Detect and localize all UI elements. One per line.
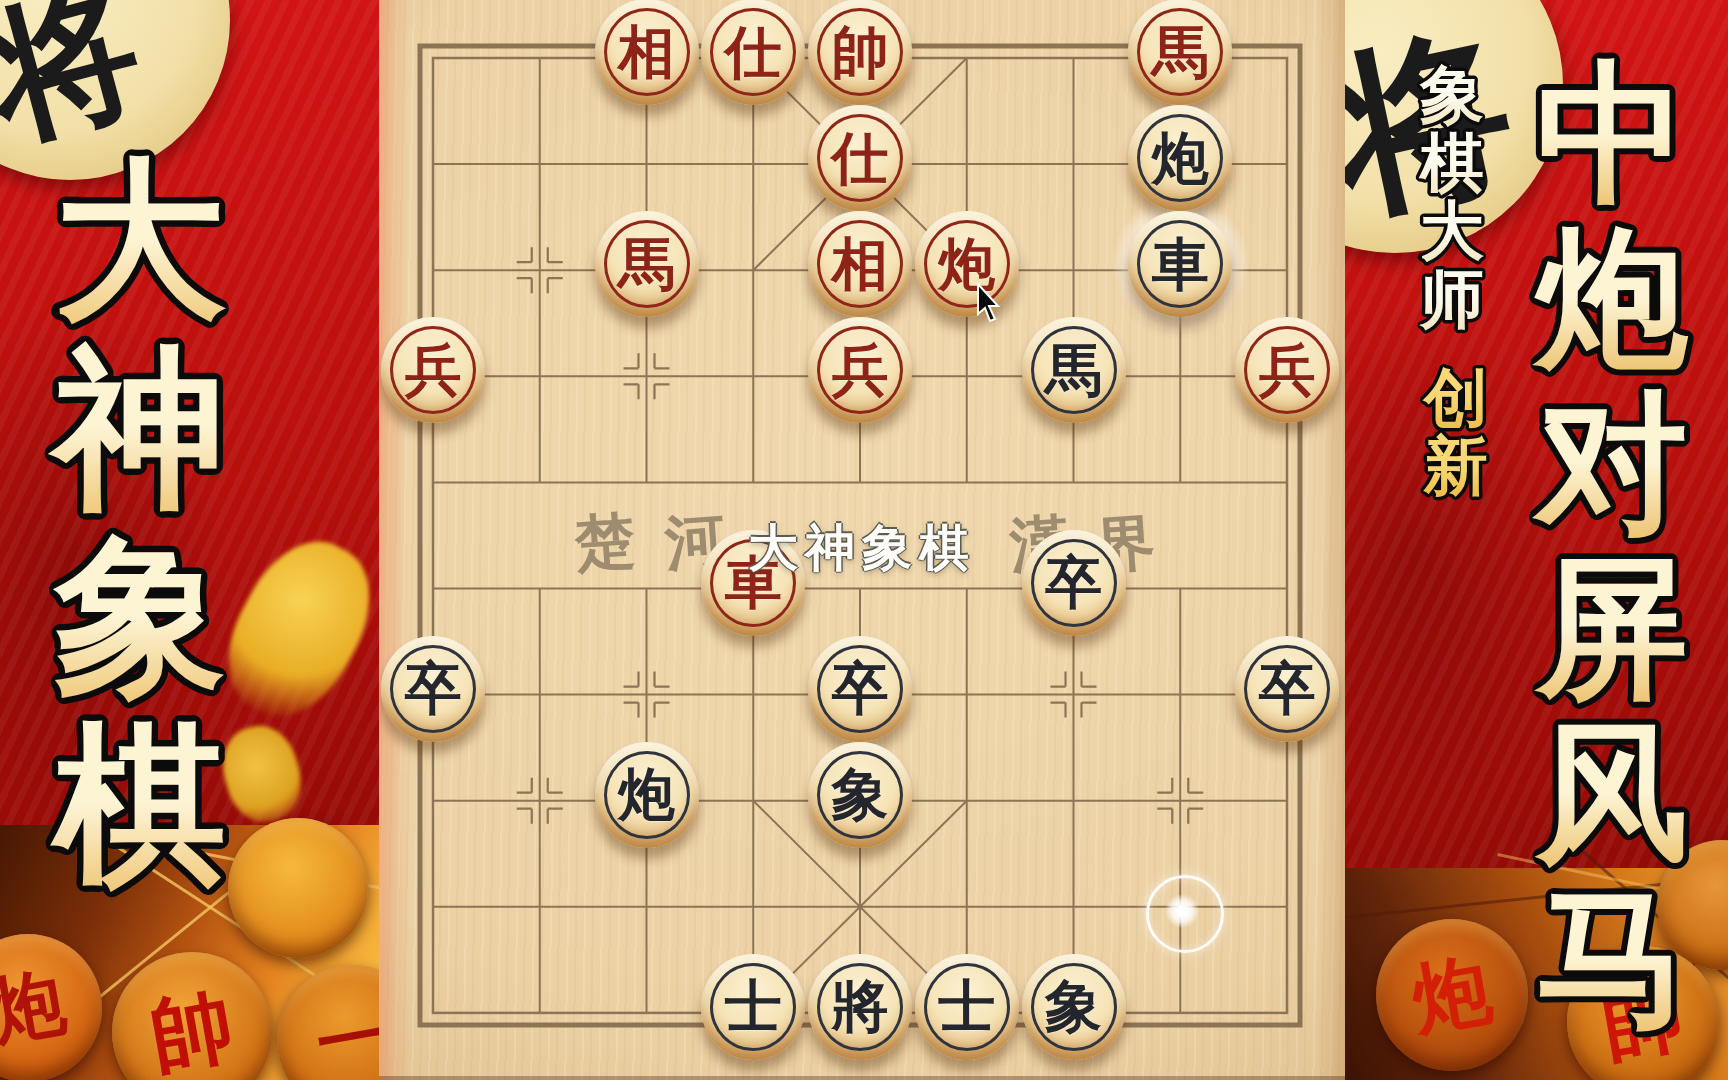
river-label-chu: 楚 [572,501,638,586]
piece-black-horse-1[interactable]: 馬 [1022,317,1126,423]
piece-black-cannon-2[interactable]: 炮 [595,742,699,848]
svg-text:对: 对 [1532,375,1688,552]
watermark-text: 大神象棋 [748,515,976,582]
piece-glyph: 炮 [1152,130,1209,187]
piece-glyph: 兵 [1259,342,1316,399]
board-right-shade [1316,0,1345,1080]
piece-red-elephant-2[interactable]: 相 [808,211,912,317]
svg-text:炮: 炮 [1532,210,1689,387]
piece-glyph: 卒 [1259,660,1316,717]
piece-red-general[interactable]: 帥 [808,0,912,105]
piece-glyph: 仕 [725,24,782,81]
svg-text:风: 风 [1534,705,1688,882]
piece-glyph: 兵 [405,342,462,399]
piece-red-elephant-1[interactable]: 相 [595,0,699,105]
svg-text:神: 神 [47,328,226,529]
click-ripple-dot [1165,894,1199,928]
right-decor-panel: 将 炮 帥 象棋大师 创新 中炮对屏风马 [1345,0,1728,1080]
svg-text:棋: 棋 [50,704,226,905]
piece-red-advisor-1[interactable]: 仕 [701,0,805,105]
piece-glyph: 將 [832,978,889,1035]
piece-glyph: 馬 [1045,342,1102,399]
piece-black-cannon-1[interactable]: 炮 [1128,105,1232,211]
svg-text:马: 马 [1536,870,1688,1047]
svg-text:大: 大 [54,140,226,341]
right-panel-title: 中炮对屏风马 [1345,0,1728,1080]
piece-red-horse-2[interactable]: 馬 [595,211,699,317]
piece-black-elephant-1[interactable]: 象 [808,742,912,848]
piece-black-elephant-2[interactable]: 象 [1022,954,1126,1060]
piece-glyph: 士 [938,978,995,1035]
screenshot-stage: 楚 河 漢 界 大神象棋 相仕帥馬仕炮馬相炮車兵兵馬兵車卒卒卒卒炮象士將士象 将… [0,0,1728,1080]
piece-black-general[interactable]: 將 [808,954,912,1060]
piece-black-pawn-3[interactable]: 卒 [808,636,912,742]
svg-text:中: 中 [1536,45,1688,222]
svg-text:屏: 屏 [1534,540,1688,717]
piece-glyph: 馬 [618,236,675,293]
board-left-blush [379,0,409,1080]
piece-black-pawn-2[interactable]: 卒 [381,636,485,742]
piece-glyph: 相 [618,24,675,81]
piece-glyph: 馬 [1152,24,1209,81]
piece-red-pawn-2[interactable]: 兵 [808,317,912,423]
left-decor-panel: 将 炮 帥 一 大神象棋 [0,0,379,1080]
piece-red-pawn-1[interactable]: 兵 [381,317,485,423]
piece-glyph: 相 [832,236,889,293]
piece-glyph: 炮 [618,766,675,823]
piece-black-pawn-4[interactable]: 卒 [1235,636,1339,742]
piece-glyph: 卒 [405,660,462,717]
piece-glyph: 車 [1152,236,1209,293]
piece-glyph: 士 [725,978,782,1035]
piece-black-advisor-1[interactable]: 士 [701,954,805,1060]
piece-black-chariot-1[interactable]: 車 [1128,211,1232,317]
piece-glyph: 卒 [832,660,889,717]
piece-red-pawn-3[interactable]: 兵 [1235,317,1339,423]
svg-text:象: 象 [52,516,226,717]
piece-black-pawn-1[interactable]: 卒 [1022,530,1126,636]
piece-glyph: 仕 [832,130,889,187]
piece-black-advisor-2[interactable]: 士 [915,954,1019,1060]
piece-glyph: 象 [1045,978,1102,1035]
piece-glyph: 卒 [1045,554,1102,611]
piece-glyph: 象 [832,766,889,823]
piece-red-advisor-2[interactable]: 仕 [808,105,912,211]
left-panel-title: 大神象棋 [0,0,379,1080]
piece-glyph: 兵 [832,342,889,399]
piece-red-horse-1[interactable]: 馬 [1128,0,1232,105]
mouse-cursor-icon [977,283,1007,325]
bottom-edge-line [379,1076,1345,1080]
piece-glyph: 帥 [832,24,889,81]
